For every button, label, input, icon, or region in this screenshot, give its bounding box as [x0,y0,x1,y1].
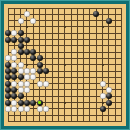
star-point [102,26,104,28]
white-stone [30,68,36,74]
grid-line-vertical [71,8,72,122]
star-point [64,64,66,66]
white-stone [11,49,17,55]
black-stone [5,62,11,68]
black-stone [106,93,112,99]
white-stone [24,87,30,93]
white-stone [30,74,36,80]
white-stone [18,106,24,112]
white-stone [106,87,112,93]
black-stone [18,100,24,106]
star-point [64,102,66,104]
white-stone [24,11,30,17]
black-stone [5,81,11,87]
white-stone [18,68,24,74]
white-stone [11,55,17,61]
black-stone [30,49,36,55]
white-stone [11,100,17,106]
black-stone [106,100,112,106]
white-stone [11,106,17,112]
black-stone [5,93,11,99]
white-stone [11,81,17,87]
black-stone [106,18,112,24]
grid-line-vertical [89,8,90,122]
black-stone [5,30,11,36]
black-stone [11,93,17,99]
black-stone [37,62,43,68]
white-stone [43,106,49,112]
go-board[interactable] [4,4,126,126]
white-stone [18,81,24,87]
grid-line-horizontal [8,115,122,116]
black-stone [5,74,11,80]
black-stone [30,100,36,106]
black-stone [5,68,11,74]
black-stone [11,37,17,43]
black-stone [37,68,43,74]
black-stone [43,68,49,74]
black-stone [5,87,11,93]
white-stone [18,62,24,68]
black-stone [5,37,11,43]
board-frame [0,0,130,130]
black-stone [18,74,24,80]
white-stone [37,81,43,87]
black-stone [24,49,30,55]
black-stone [11,87,17,93]
white-stone [5,55,11,61]
star-point [64,26,66,28]
white-stone [24,81,30,87]
grid-line-vertical [77,8,78,122]
white-stone [43,81,49,87]
white-stone [24,106,30,112]
black-stone [5,100,11,106]
black-stone [11,74,17,80]
white-stone [100,93,106,99]
black-stone [18,30,24,36]
white-stone [24,74,30,80]
black-stone [18,43,24,49]
star-point [26,26,28,28]
white-stone [100,81,106,87]
black-stone [93,11,99,17]
star-point [102,102,104,104]
grid-line-vertical [96,8,97,122]
grid-line-vertical [83,8,84,122]
black-stone [18,49,24,55]
white-stone [30,18,36,24]
white-stone [5,106,11,112]
grid-line-vertical [121,8,122,122]
white-stone [11,30,17,36]
grid-line-vertical [115,8,116,122]
black-stone [100,106,106,112]
black-stone [37,100,43,106]
black-stone [30,55,36,61]
white-stone [37,106,43,112]
grid-line-horizontal [8,121,122,122]
star-point [102,64,104,66]
black-stone [18,93,24,99]
black-stone [24,37,30,43]
white-stone [11,62,17,68]
black-stone [18,37,24,43]
star-point [26,64,28,66]
white-stone [24,68,30,74]
black-stone [24,100,30,106]
black-stone [11,68,17,74]
white-stone [18,18,24,24]
black-stone [37,55,43,61]
white-stone [18,87,24,93]
